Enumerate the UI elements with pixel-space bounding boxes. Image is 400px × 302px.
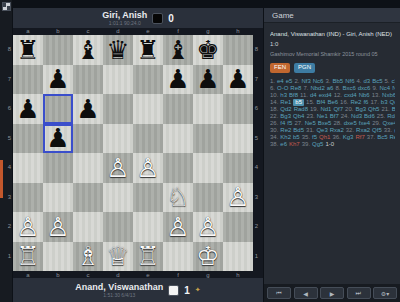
rank-label-5-left: 5 <box>6 135 13 142</box>
white-player-name: Anand, Viswanathan <box>75 283 163 292</box>
move-token[interactable]: f4 <box>280 120 285 127</box>
move-token[interactable]: Be6 <box>327 99 338 106</box>
move-token[interactable]: h3 <box>280 92 287 99</box>
move-token[interactable]: c3 <box>392 78 395 85</box>
move-token[interactable]: Nbd2 <box>310 85 324 92</box>
move-token[interactable]: Qh1 <box>319 134 330 141</box>
square-d5[interactable] <box>103 124 133 154</box>
move-token[interactable]: Qh5 <box>368 106 379 113</box>
square-b8[interactable] <box>43 35 73 65</box>
move-number: 30. <box>270 127 278 134</box>
square-g4[interactable] <box>193 153 223 183</box>
move-number: 24. <box>341 113 349 120</box>
bP-b5[interactable]: ♟ <box>43 124 73 154</box>
square-e6[interactable] <box>133 94 163 124</box>
square-f1[interactable] <box>163 242 193 272</box>
move-number: 22. <box>270 113 278 120</box>
result-token: 1-0 <box>325 141 334 148</box>
move-line: 34.Kh2b535.f5Qh136.Kg3Rf737.Bc5Re8 <box>270 134 395 141</box>
move-token[interactable]: Bc5 <box>372 78 382 85</box>
move-number: 28. <box>333 120 341 127</box>
rank-label-4-right: 4 <box>253 164 260 171</box>
move-number: 29. <box>372 120 380 127</box>
move-number: 16. <box>340 99 348 106</box>
move-token[interactable]: d4 <box>310 92 317 99</box>
move-line: 18.Qd2Rad819.Nd1Qf720.Bg3Qh521.Bc7Rd7 <box>270 106 395 113</box>
black-score: 0 <box>168 13 174 24</box>
move-token[interactable]: g4 <box>394 127 395 134</box>
square-e3[interactable] <box>133 183 163 213</box>
move-token[interactable]: f6 <box>363 99 368 106</box>
move-token[interactable]: Nd3 <box>351 113 362 120</box>
square-a4[interactable] <box>13 153 43 183</box>
move-number: 9. <box>372 85 377 92</box>
top-strip <box>0 0 400 8</box>
wQ-d1[interactable]: ♕ <box>103 242 133 272</box>
move-line: 38.e6Kh739.Qg51-0 <box>270 141 395 148</box>
previous-move-button[interactable]: ◀ <box>294 287 318 299</box>
move-token[interactable]: Qd7 <box>390 99 396 106</box>
square-c2[interactable] <box>73 212 103 242</box>
rank-label-1-right: 1 <box>253 253 260 260</box>
rank-label-2-left: 2 <box>6 223 13 230</box>
move-token[interactable]: Nc6 <box>313 78 324 85</box>
square-b3[interactable] <box>43 183 73 213</box>
move-number: 34. <box>270 134 278 141</box>
move-number: 14. <box>270 99 278 106</box>
bP-c6[interactable]: ♟ <box>73 94 103 124</box>
player-bar-white: Anand, Viswanathan 1:51:30 6/4/13 1 ✦ <box>13 278 263 302</box>
square-d2[interactable] <box>103 212 133 242</box>
black-player-subtitle: 1:01:1 90:24.0 <box>109 21 141 26</box>
file-label-c-top: c <box>73 28 103 35</box>
white-color-swatch <box>168 285 179 296</box>
square-e2[interactable] <box>133 212 163 242</box>
fen-button[interactable]: FEN <box>270 63 290 73</box>
move-token[interactable]: Kh2 <box>280 134 291 141</box>
square-g6[interactable] <box>193 94 223 124</box>
bB-f8[interactable]: ♝ <box>163 35 193 65</box>
square-b6[interactable] <box>43 94 73 124</box>
move-token[interactable]: Nf3 <box>301 78 310 85</box>
jump-to-end-button[interactable]: ⏭ <box>347 287 371 299</box>
match-players-line: Anand, Viswanathan (IND) - Giri, Anish (… <box>270 31 394 37</box>
move-token[interactable]: Bxe5 <box>318 120 332 127</box>
move-token[interactable]: dxc6 <box>358 85 371 92</box>
rank-label-8-left: 8 <box>6 46 13 53</box>
square-b1[interactable] <box>43 242 73 272</box>
move-token[interactable]: b3 <box>381 99 388 106</box>
move-token[interactable]: e6 <box>280 141 287 148</box>
square-e5[interactable] <box>133 124 163 154</box>
rank-label-7-left: 7 <box>6 76 13 83</box>
move-number: 39. <box>302 141 310 148</box>
move-token[interactable]: Kg3 <box>343 134 354 141</box>
wP-h3[interactable]: ♙ <box>223 183 253 213</box>
rank-label-5-right: 5 <box>253 135 260 142</box>
move-number: 27. <box>294 120 302 127</box>
move-token[interactable]: Bd6 <box>364 113 375 120</box>
square-c3[interactable] <box>73 183 103 213</box>
next-move-button[interactable]: ▶ <box>320 287 344 299</box>
move-token[interactable]: Nd7 <box>392 85 395 92</box>
square-h1[interactable] <box>223 242 253 272</box>
move-number: 33. <box>384 127 392 134</box>
move-token[interactable]: Bg3 <box>280 113 291 120</box>
move-token[interactable]: Qb4 <box>293 113 304 120</box>
move-number: 19. <box>310 106 318 113</box>
move-token[interactable]: Re1 <box>280 99 291 106</box>
move-token[interactable]: Re2 <box>350 99 361 106</box>
pgn-button[interactable]: PGN <box>294 63 315 73</box>
file-label-h-top: h <box>223 28 253 35</box>
wN-f3[interactable]: ♘ <box>163 183 193 213</box>
move-token[interactable]: dxe5 <box>344 120 357 127</box>
square-h5[interactable] <box>223 124 253 154</box>
jump-to-start-button[interactable]: ⏮ <box>267 287 291 299</box>
move-token[interactable]: fxe4 <box>359 120 370 127</box>
square-g5[interactable] <box>193 124 223 154</box>
square-c7[interactable] <box>73 65 103 95</box>
move-number: 20. <box>345 106 353 113</box>
move-token[interactable]: Rxa2 <box>356 127 370 134</box>
move-token[interactable]: Nc4 <box>379 85 390 92</box>
move-token[interactable]: exd4 <box>319 92 332 99</box>
move-number: 7. <box>303 85 308 92</box>
move-list: 1.e4e52.Nf3Nc63.Bb5Nf64.d3Bc55.c3O-O6.O-… <box>264 76 400 148</box>
square-h4[interactable] <box>223 153 253 183</box>
move-token[interactable]: Qf5 <box>372 127 382 134</box>
square-c4[interactable] <box>73 153 103 183</box>
move-token[interactable]: Nxb6 <box>382 92 395 99</box>
active-tab-indicator <box>0 160 3 198</box>
move-number: 15. <box>306 99 314 106</box>
square-e7[interactable] <box>133 65 163 95</box>
rank-label-6-left: 6 <box>6 105 13 112</box>
square-f4[interactable] <box>163 153 193 183</box>
move-token[interactable]: O-O <box>277 85 288 92</box>
square-d6[interactable] <box>103 94 133 124</box>
panel-title: Game <box>264 8 400 23</box>
move-number: 4. <box>356 78 361 85</box>
move-token[interactable]: b5 <box>293 134 300 141</box>
file-label-a-top: a <box>13 28 43 35</box>
move-number: 12. <box>334 92 342 99</box>
move-token[interactable]: Nd1 <box>320 106 331 113</box>
rank-label-3-right: 3 <box>253 194 260 201</box>
move-number: 8. <box>335 85 340 92</box>
navigation-bar: ⏮◀▶⏭⚙▾ <box>264 284 400 302</box>
move-number: 13. <box>372 92 380 99</box>
move-number: 25. <box>377 113 385 120</box>
wP-e4[interactable]: ♙ <box>133 153 163 183</box>
move-token[interactable]: d3 <box>363 78 370 85</box>
file-label-d-top: d <box>103 28 133 35</box>
move-token[interactable]: Rxa2 <box>330 127 344 134</box>
move-line: 22.Bg3Qb423.Ne1Bf724.Nd3Bd625.Rde1Qb6 <box>270 113 395 120</box>
move-token[interactable]: f5 <box>287 120 292 127</box>
wP-b2[interactable]: ♙ <box>43 212 73 242</box>
settings-button[interactable]: ⚙▾ <box>373 287 397 299</box>
move-token[interactable]: Kh7 <box>289 141 300 148</box>
wP-f2[interactable]: ♙ <box>163 212 193 242</box>
bP-f7[interactable]: ♟ <box>163 65 193 95</box>
move-number: 10. <box>270 92 278 99</box>
bB-c8[interactable]: ♝ <box>73 35 103 65</box>
wR-e1[interactable]: ♖ <box>133 242 163 272</box>
move-number: 11. <box>300 92 308 99</box>
move-line: 30.Re2Bd531.Qe3Rxa232.Rxa2Qf533.g4Qb1+ <box>270 127 395 134</box>
move-token[interactable]: Qf7 <box>333 106 343 113</box>
move-number: 5. <box>385 78 390 85</box>
match-result: 1:0 <box>270 41 394 47</box>
move-token[interactable]: Bxc6 <box>342 85 355 92</box>
bP-b7[interactable]: ♟ <box>43 65 73 95</box>
file-label-e-top: e <box>133 28 163 35</box>
move-token[interactable]: e4 <box>277 78 284 85</box>
move-line: 6.O-ORe87.Nbd2a68.Bxc6dxc69.Nc4Nd7 <box>270 85 395 92</box>
mini-board-icon[interactable] <box>2 2 11 11</box>
move-token[interactable]: Rde1 <box>387 113 395 120</box>
rank-label-6-right: 6 <box>253 105 260 112</box>
move-token[interactable]: Bb5 <box>332 78 343 85</box>
rank-label-8-right: 8 <box>253 46 260 53</box>
bP-h7[interactable]: ♟ <box>223 65 253 95</box>
rank-label-2-right: 2 <box>253 223 260 230</box>
wR-a1[interactable]: ♖ <box>13 242 43 272</box>
move-number: 18. <box>270 106 278 113</box>
black-player-name: Giri, Anish <box>102 11 147 20</box>
move-token[interactable]: Ne1 <box>317 113 328 120</box>
wP-d4[interactable]: ♙ <box>103 153 133 183</box>
move-token[interactable]: Re2 <box>280 127 291 134</box>
move-number: 6. <box>270 85 275 92</box>
rank-label-3-left: 3 <box>6 194 13 201</box>
move-number: 3. <box>325 78 330 85</box>
bR-a8[interactable]: ♜ <box>13 35 43 65</box>
bP-g7[interactable]: ♟ <box>193 65 223 95</box>
move-token[interactable]: Bf8 <box>289 92 298 99</box>
wB-c1[interactable]: ♗ <box>73 242 103 272</box>
move-number: 1. <box>270 78 275 85</box>
move-number: 37. <box>367 134 375 141</box>
winner-star-icon: ✦ <box>195 286 201 294</box>
move-token[interactable]: Nb6 <box>359 92 370 99</box>
wP-a2[interactable]: ♙ <box>13 212 43 242</box>
bK-g8[interactable]: ♚ <box>193 35 223 65</box>
wK-g1[interactable]: ♔ <box>193 242 223 272</box>
move-token[interactable]: f5 <box>312 134 317 141</box>
move-number: 32. <box>346 127 354 134</box>
square-g3[interactable] <box>193 183 223 213</box>
move-token[interactable]: e5 <box>286 78 293 85</box>
square-h8[interactable] <box>223 35 253 65</box>
game-panel: Game Anand, Viswanathan (IND) - Giri, An… <box>263 8 400 302</box>
move-token[interactable]: Bc7 <box>392 106 395 113</box>
move-token[interactable]: Qe3 <box>316 127 327 134</box>
file-label-g-top: g <box>193 28 223 35</box>
move-token[interactable]: Bd5 <box>293 127 304 134</box>
move-token[interactable]: Bg3 <box>355 106 366 113</box>
move-line: 26.f4f527.Ne5Bxe528.dxe5fxe429.Qxe4Rd2 <box>270 120 395 127</box>
chess-board: aabbccddeeffgghh8877665544332211♜♝♛♜♝♚♟♟… <box>6 28 260 278</box>
move-line: 1.e4e52.Nf3Nc63.Bb5Nf64.d3Bc55.c3O-O <box>270 78 395 85</box>
rank-label-1-left: 1 <box>6 253 13 260</box>
move-token[interactable]: Rad8 <box>294 106 308 113</box>
move-token[interactable]: Qg5 <box>312 141 323 148</box>
move-token[interactable]: cxd4 <box>344 92 357 99</box>
bQ-d8[interactable]: ♛ <box>103 35 133 65</box>
move-number: 17. <box>370 99 378 106</box>
move-number: 21. <box>381 106 389 113</box>
square-d3[interactable] <box>103 183 133 213</box>
event-line: Gashimov Memorial Shamkir 2015 round 05 <box>270 51 394 57</box>
square-c5[interactable] <box>73 124 103 154</box>
move-number: 31. <box>306 127 314 134</box>
move-token[interactable]: Bf4 <box>316 99 325 106</box>
square-h6[interactable] <box>223 94 253 124</box>
move-token[interactable]: a6 <box>327 85 334 92</box>
square-h2[interactable] <box>223 212 253 242</box>
move-token[interactable]: Rf7 <box>355 134 364 141</box>
square-f5[interactable] <box>163 124 193 154</box>
square-a5[interactable] <box>13 124 43 154</box>
move-line: 10.h3Bf811.d4exd412.cxd4Nb613.Nxb6cxb6 <box>270 92 395 99</box>
move-number: 38. <box>270 141 278 148</box>
black-color-swatch <box>152 13 163 24</box>
move-line: 14.Re1b515.Bf4Be616.Re2f617.b3Qd7 <box>270 99 395 106</box>
move-token[interactable]: Qxe4 <box>382 120 395 127</box>
wP-g2[interactable]: ♙ <box>193 212 223 242</box>
board-squares: ♜♝♛♜♝♚♟♟♟♟♟♟♟♙♙♘♙♙♙♙♙♖♗♕♖♔ <box>13 35 253 271</box>
square-b4[interactable] <box>43 153 73 183</box>
file-label-f-top: f <box>163 28 193 35</box>
white-score: 1 <box>184 285 190 296</box>
bR-e8[interactable]: ♜ <box>133 35 163 65</box>
move-token[interactable]: Bf7 <box>330 113 339 120</box>
move-token[interactable]: Nf6 <box>345 78 354 85</box>
move-number: 23. <box>306 113 314 120</box>
move-number: 26. <box>270 120 278 127</box>
rank-label-4-left: 4 <box>6 164 13 171</box>
square-a3[interactable] <box>13 183 43 213</box>
white-player-subtitle: 1:51:30 6/4/13 <box>103 293 135 298</box>
square-d7[interactable] <box>103 65 133 95</box>
file-label-b-top: b <box>43 28 73 35</box>
move-number: 35. <box>302 134 310 141</box>
current-move[interactable]: b5 <box>293 99 304 106</box>
player-bar-black: Giri, Anish 1:01:1 90:24.0 0 <box>13 8 263 28</box>
move-number: 36. <box>332 134 340 141</box>
move-token[interactable]: Ne5 <box>305 120 316 127</box>
bP-a6[interactable]: ♟ <box>13 94 43 124</box>
move-token[interactable]: Re8 <box>389 134 395 141</box>
rank-label-7-right: 7 <box>253 76 260 83</box>
move-number: 2. <box>294 78 299 85</box>
square-f6[interactable] <box>163 94 193 124</box>
move-token[interactable]: Re8 <box>290 85 301 92</box>
move-token[interactable]: Qd2 <box>280 106 291 113</box>
move-token[interactable]: Bc5 <box>377 134 387 141</box>
square-a7[interactable] <box>13 65 43 95</box>
